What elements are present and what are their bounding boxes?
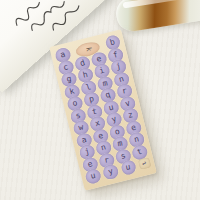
photo-scene: akbcdefghijklmnopqrstuvwxyzaeoejnmnerstu… [0,0,200,200]
tab-sticker-↩: ↩ [138,157,151,169]
sticker-sheet: akbcdefghijklmnopqrstuvwxyzaeoejnmnerstu… [49,29,157,191]
circle-sticker-y: y [102,163,119,180]
glass-object [114,0,200,33]
circle-sticker-u: u [84,168,101,185]
sticker-rows: akbcdefghijklmnopqrstuvwxyzaeoejnmnerstu… [53,35,152,184]
circle-sticker-u: u [120,159,137,176]
